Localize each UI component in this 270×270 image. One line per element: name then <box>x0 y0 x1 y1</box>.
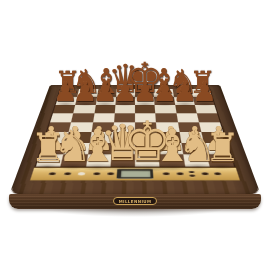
left-button-5[interactable] <box>107 172 114 175</box>
piece-shadow <box>193 102 216 107</box>
piece-glyph: ♟ <box>192 77 217 105</box>
left-button-4[interactable] <box>92 172 99 175</box>
product-photo-scene: MILLENNIUM ♜♞♝♛♚♝♞♜♟♟♟♟♟♟♟♟♟♟♟♟♟♟♟♟♜♞♝♛♚… <box>0 0 270 270</box>
rocker-up[interactable] <box>189 171 195 173</box>
right-button-4[interactable] <box>214 172 222 175</box>
panel-right-button-group <box>163 171 222 177</box>
left-button-2[interactable] <box>63 172 71 175</box>
rocker-button-pair <box>189 171 196 177</box>
white-rook-h1[interactable]: ♜ <box>205 129 240 168</box>
black-pawn-h7[interactable]: ♟ <box>192 77 217 105</box>
left-button-1[interactable] <box>49 172 57 175</box>
case-front-edge: MILLENNIUM <box>9 194 261 209</box>
panel-left-button-group <box>49 172 115 175</box>
rocker-down[interactable] <box>189 174 195 176</box>
right-button-2[interactable] <box>176 172 183 175</box>
piece-shadow <box>206 163 238 170</box>
pieces-layer: ♜♞♝♛♚♝♞♜♟♟♟♟♟♟♟♟♟♟♟♟♟♟♟♟♜♞♝♛♚♝♞♜ <box>0 0 270 270</box>
right-button-3[interactable] <box>201 172 209 175</box>
brand-badge: MILLENNIUM <box>113 197 157 205</box>
left-button-3[interactable] <box>78 172 85 175</box>
piece-glyph: ♜ <box>205 129 240 168</box>
